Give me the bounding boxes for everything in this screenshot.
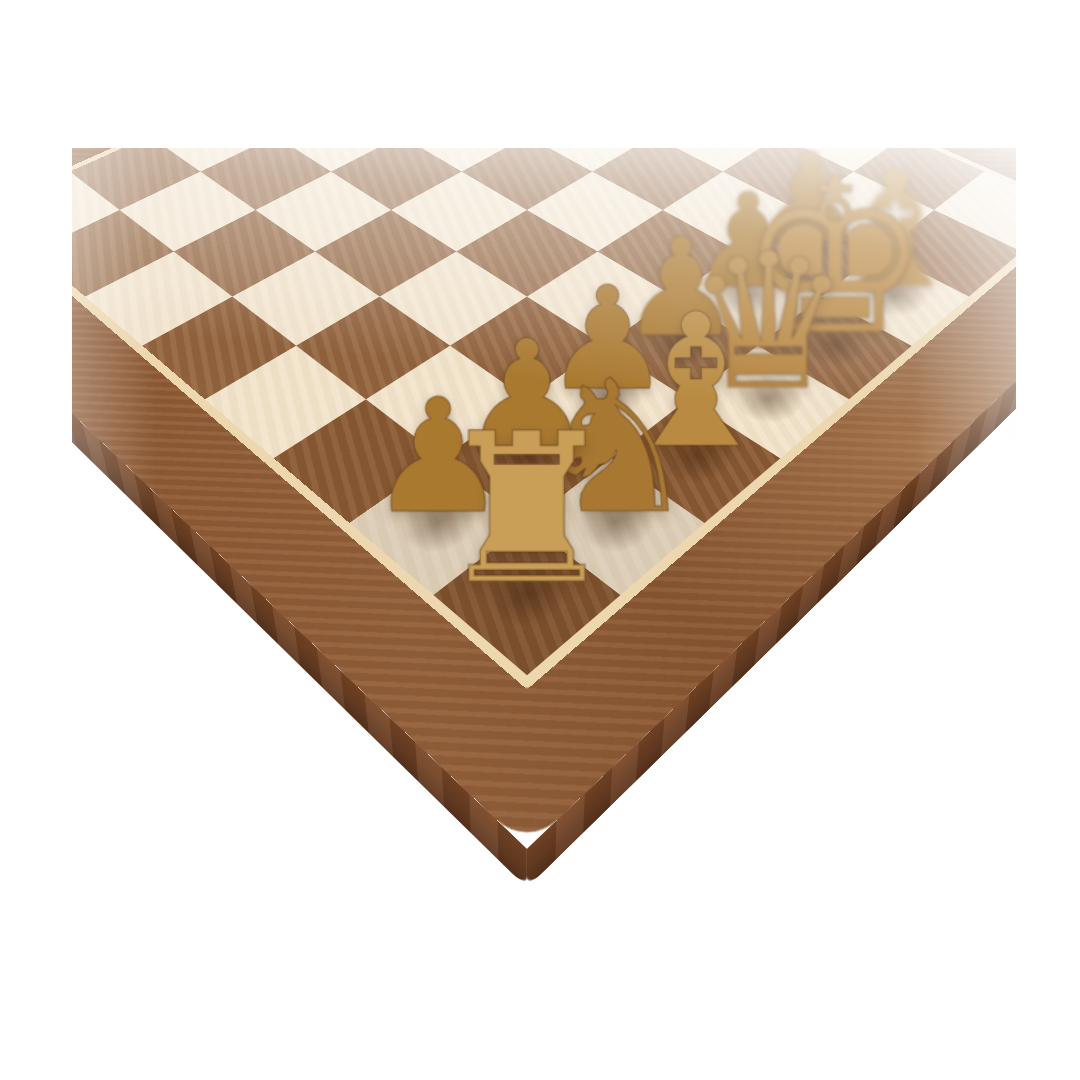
photo-area: ♟♟♟♟♟♟♜♞♝♛♚♝ xyxy=(72,148,1016,918)
square-b8[interactable] xyxy=(72,148,200,210)
chess-board: ♟♟♟♟♟♟♜♞♝♛♚♝ xyxy=(72,148,1016,849)
board-border-strip: ♟♟♟♟♟♟♜♞♝♛♚♝ xyxy=(72,148,1016,689)
perspective-stage: ♟♟♟♟♟♟♜♞♝♛♚♝ xyxy=(72,148,1016,918)
product-photo: ♟♟♟♟♟♟♜♞♝♛♚♝ xyxy=(0,0,1080,1080)
square-c7[interactable] xyxy=(200,148,331,210)
board-grid: ♟♟♟♟♟♟♜♞♝♛♚♝ xyxy=(72,148,1016,675)
rook-glyph: ♜ xyxy=(434,411,620,608)
board-frame: ♟♟♟♟♟♟♜♞♝♛♚♝ xyxy=(72,148,1016,849)
square-a1[interactable]: ♜ xyxy=(433,523,620,675)
